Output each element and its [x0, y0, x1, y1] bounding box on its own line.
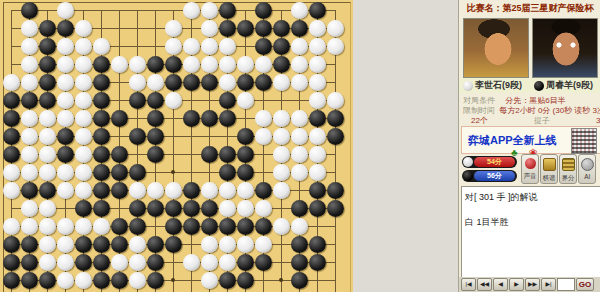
black-stone [147, 56, 164, 73]
black-stone [273, 56, 290, 73]
hoshi-point [171, 278, 175, 282]
white-stone [21, 146, 38, 163]
qr-code-icon [571, 128, 597, 154]
white-stone [273, 128, 290, 145]
white-stone [255, 236, 272, 253]
white-stone [309, 146, 326, 163]
black-stone [327, 182, 344, 199]
black-stone [165, 200, 182, 217]
white-stone [39, 254, 56, 271]
black-stone [93, 128, 110, 145]
white-stone [129, 236, 146, 253]
go-board[interactable] [0, 0, 353, 292]
commentary-box: 对[ 301 手 ]的解说 白 1目半胜 [461, 186, 600, 284]
time-rule-value: 每方2小时 0分 (30秒 读秒 3次) [499, 106, 600, 115]
black-stone [219, 272, 236, 289]
white-stone [327, 92, 344, 109]
black-stone [201, 74, 218, 91]
match-title: 比赛名：第25届三星财产保险杯 [459, 2, 600, 15]
white-stone [219, 182, 236, 199]
white-timer-stone-icon [463, 157, 473, 167]
white-stone [39, 200, 56, 217]
black-stone [219, 146, 236, 163]
black-stone [327, 110, 344, 127]
white-stone [129, 182, 146, 199]
captures-label: 提子 [534, 115, 550, 126]
black-timer-stone-icon [463, 171, 473, 181]
black-stone [3, 254, 20, 271]
white-stone [327, 20, 344, 37]
black-stone [93, 74, 110, 91]
nav-back-button[interactable]: ◀ [493, 278, 508, 291]
move-number-input[interactable] [557, 278, 575, 291]
white-stone [39, 236, 56, 253]
black-stone [21, 254, 38, 271]
nav-back10-button[interactable]: ◀◀ [477, 278, 492, 291]
kifu-icon [543, 158, 556, 171]
white-stone [237, 92, 254, 109]
white-player-photo [463, 18, 529, 78]
black-stone [327, 200, 344, 217]
black-stone [309, 200, 326, 217]
black-stone [309, 2, 326, 19]
black-stone [111, 182, 128, 199]
white-timer-value: 54分 [474, 157, 515, 167]
white-stone [255, 110, 272, 127]
white-stone [129, 56, 146, 73]
black-stone [237, 146, 254, 163]
score-icon [562, 158, 575, 171]
white-stone [273, 164, 290, 181]
black-stone [291, 20, 308, 37]
white-stone [75, 74, 92, 91]
black-stone [183, 218, 200, 235]
black-stone [219, 110, 236, 127]
black-captures: 36个 [596, 115, 600, 126]
white-stone [39, 128, 56, 145]
white-stone [129, 272, 146, 289]
white-stone [237, 56, 254, 73]
white-stone [183, 254, 200, 271]
black-stone [111, 272, 128, 289]
white-stone [57, 110, 74, 127]
black-stone [255, 38, 272, 55]
black-stone [57, 146, 74, 163]
black-stone [219, 164, 236, 181]
black-stone [237, 74, 254, 91]
white-stone [57, 272, 74, 289]
black-stone [21, 236, 38, 253]
black-stone [129, 128, 146, 145]
black-stone [147, 92, 164, 109]
white-stone [21, 20, 38, 37]
black-stone [39, 74, 56, 91]
black-stone [129, 200, 146, 217]
white-stone [273, 146, 290, 163]
white-stone [93, 218, 110, 235]
white-captures: 22个 [471, 115, 488, 126]
black-stone [219, 92, 236, 109]
nav-first-button[interactable]: |◀ [461, 278, 476, 291]
black-stone [93, 236, 110, 253]
black-player-name: 周睿羊(9段) [546, 79, 593, 92]
black-stone [93, 92, 110, 109]
white-stone [21, 164, 38, 181]
white-stone [309, 38, 326, 55]
black-stone [327, 128, 344, 145]
black-stone [93, 254, 110, 271]
white-stone [3, 74, 20, 91]
black-stone [201, 146, 218, 163]
black-stone [21, 92, 38, 109]
white-stone [75, 146, 92, 163]
black-stone [93, 110, 110, 127]
black-stone [3, 146, 20, 163]
black-stone [237, 164, 254, 181]
black-stone [147, 254, 164, 271]
white-player-name: 李世石(9段) [475, 79, 522, 92]
black-stone [291, 272, 308, 289]
function-buttons: 声音 棋谱 界分 AI [521, 154, 599, 184]
white-stone [291, 74, 308, 91]
black-timer-bar: 56分 [462, 170, 517, 182]
black-stone [165, 218, 182, 235]
black-stone [147, 128, 164, 145]
white-stone [201, 272, 218, 289]
white-stone [147, 74, 164, 91]
white-stone [291, 110, 308, 127]
white-stone [57, 164, 74, 181]
score-estimate-button[interactable]: 界分 [559, 154, 577, 184]
black-stone [75, 200, 92, 217]
black-stone [255, 182, 272, 199]
commentary-result-line: 白 1目半胜 [465, 216, 600, 229]
black-stone [39, 38, 56, 55]
condition-label: 对局条件 [463, 96, 495, 105]
black-stone [255, 254, 272, 271]
white-stone [201, 236, 218, 253]
black-stone [147, 146, 164, 163]
black-stone [165, 56, 182, 73]
black-stone [57, 20, 74, 37]
white-stone [129, 74, 146, 91]
white-stone [165, 182, 182, 199]
white-stone [291, 164, 308, 181]
black-player-photo [532, 18, 598, 78]
commentary-move-line: 对[ 301 手 ]的解说 [465, 191, 600, 204]
hoshi-point [171, 170, 175, 174]
white-stone [75, 110, 92, 127]
white-stone [237, 200, 254, 217]
white-stone [57, 218, 74, 235]
black-stone [201, 218, 218, 235]
white-stone [111, 56, 128, 73]
white-stone [57, 92, 74, 109]
white-stone [219, 236, 236, 253]
white-stone [219, 56, 236, 73]
captures-row: 22个 提子 36个 [459, 115, 600, 126]
white-stone [291, 38, 308, 55]
black-stone [237, 254, 254, 271]
white-stone [39, 164, 56, 181]
white-stone [75, 56, 92, 73]
black-stone [147, 272, 164, 289]
black-stone [237, 218, 254, 235]
black-stone [165, 236, 182, 253]
white-stone [75, 164, 92, 181]
white-stone [201, 38, 218, 55]
white-stone [75, 218, 92, 235]
black-stone [165, 74, 182, 91]
black-stone [93, 182, 110, 199]
ai-button[interactable]: AI [578, 154, 596, 184]
white-stone [39, 146, 56, 163]
white-stone [147, 182, 164, 199]
black-stone [3, 128, 20, 145]
white-stone [57, 74, 74, 91]
black-stone [57, 128, 74, 145]
white-stone [57, 254, 74, 271]
white-stone [309, 164, 326, 181]
black-stone [129, 92, 146, 109]
black-stone [309, 182, 326, 199]
black-stone [309, 236, 326, 253]
black-stone-icon [534, 81, 544, 91]
white-stone [219, 38, 236, 55]
black-stone [201, 110, 218, 127]
white-stone [183, 38, 200, 55]
white-stone [183, 2, 200, 19]
black-stone [93, 200, 110, 217]
black-stone [93, 164, 110, 181]
white-stone [309, 20, 326, 37]
black-stone [3, 92, 20, 109]
white-stone [219, 74, 236, 91]
time-rule-label: 限制时间 [463, 106, 495, 115]
white-stone [273, 74, 290, 91]
white-stone [57, 182, 74, 199]
white-stone [3, 218, 20, 235]
white-stone [21, 218, 38, 235]
white-stone [57, 236, 74, 253]
black-stone [147, 236, 164, 253]
black-stone [309, 254, 326, 271]
black-stone [255, 218, 272, 235]
black-stone [129, 218, 146, 235]
nav-last-button[interactable]: ▶| [541, 278, 556, 291]
black-stone [219, 20, 236, 37]
white-stone [291, 128, 308, 145]
black-stone [111, 146, 128, 163]
black-stone [93, 56, 110, 73]
black-stone [39, 182, 56, 199]
white-stone [255, 56, 272, 73]
white-stone [57, 2, 74, 19]
black-stone [21, 272, 38, 289]
white-stone [183, 56, 200, 73]
condition-value: 分先：黑贴6目半 [505, 96, 565, 105]
black-stone [291, 236, 308, 253]
black-stone [93, 272, 110, 289]
white-stone [201, 2, 218, 19]
white-stone [201, 56, 218, 73]
white-stone [3, 182, 20, 199]
black-stone [291, 200, 308, 217]
black-stone [219, 218, 236, 235]
black-stone [237, 20, 254, 37]
black-stone [111, 236, 128, 253]
side-panel: 比赛名：第25届三星财产保险杯 李世石(9段) 周睿羊(9段) 对局条件 分先：… [458, 0, 600, 292]
black-stone [3, 110, 20, 127]
white-stone [255, 128, 272, 145]
white-stone [327, 38, 344, 55]
sound-button[interactable]: 声音 [521, 154, 539, 184]
white-stone [165, 20, 182, 37]
white-stone [129, 254, 146, 271]
black-stone [39, 20, 56, 37]
nav-forward10-button[interactable]: ▶▶ [525, 278, 540, 291]
app-banner-text: 弈城APP全新上线 [468, 133, 557, 148]
white-stone [75, 128, 92, 145]
player-names-row: 李世石(9段) 周睿羊(9段) [459, 78, 600, 93]
white-stone [219, 254, 236, 271]
black-stone [147, 110, 164, 127]
black-stone [111, 164, 128, 181]
white-stone [75, 272, 92, 289]
black-stone [39, 272, 56, 289]
white-stone-icon [463, 81, 473, 91]
nav-forward-button[interactable]: ▶ [509, 278, 524, 291]
black-stone [237, 272, 254, 289]
white-stone [291, 146, 308, 163]
black-stone [75, 254, 92, 271]
white-stone [291, 56, 308, 73]
white-stone [3, 164, 20, 181]
white-stone [21, 74, 38, 91]
white-stone [291, 218, 308, 235]
black-stone [39, 92, 56, 109]
white-stone [237, 182, 254, 199]
white-stone [255, 200, 272, 217]
white-stone [201, 254, 218, 271]
black-stone [93, 146, 110, 163]
white-stone [75, 38, 92, 55]
white-stone [21, 38, 38, 55]
black-stone [237, 128, 254, 145]
white-stone [201, 182, 218, 199]
white-stone [75, 92, 92, 109]
black-stone [21, 182, 38, 199]
white-stone [273, 218, 290, 235]
black-stone [255, 74, 272, 91]
white-stone [309, 92, 326, 109]
black-stone [291, 254, 308, 271]
white-stone [273, 182, 290, 199]
black-stone [3, 236, 20, 253]
black-stone [273, 38, 290, 55]
black-stone [147, 200, 164, 217]
black-stone [255, 2, 272, 19]
black-stone [183, 200, 200, 217]
kifu-nav-toolbar: |◀ ◀◀ ◀ ▶ ▶▶ ▶| GO [459, 277, 600, 292]
white-player: 李世石(9段) [459, 79, 530, 92]
black-stone [183, 110, 200, 127]
black-stone [201, 200, 218, 217]
white-stone [309, 128, 326, 145]
white-timer-bar: 54分 [462, 156, 517, 168]
white-stone [75, 182, 92, 199]
black-stone [255, 20, 272, 37]
white-stone [39, 218, 56, 235]
white-stone [111, 254, 128, 271]
white-stone [165, 38, 182, 55]
white-stone [75, 20, 92, 37]
app-window: 比赛名：第25届三星财产保险杯 李世石(9段) 周睿羊(9段) 对局条件 分先：… [0, 0, 600, 292]
white-stone [165, 92, 182, 109]
black-stone [219, 2, 236, 19]
white-stone [21, 110, 38, 127]
white-stone [219, 200, 236, 217]
black-stone [129, 164, 146, 181]
go-button[interactable]: GO [576, 278, 594, 291]
black-stone [183, 182, 200, 199]
white-stone [93, 38, 110, 55]
black-stone [111, 218, 128, 235]
white-stone [21, 200, 38, 217]
black-stone [183, 74, 200, 91]
white-stone [201, 20, 218, 37]
black-stone [75, 236, 92, 253]
white-stone [39, 110, 56, 127]
black-player: 周睿羊(9段) [530, 79, 600, 92]
black-stone [3, 272, 20, 289]
ai-icon [581, 158, 594, 171]
black-timer-value: 56分 [474, 171, 515, 181]
white-stone [273, 110, 290, 127]
black-stone [111, 110, 128, 127]
white-stone [21, 56, 38, 73]
white-stone [237, 236, 254, 253]
black-stone [273, 20, 290, 37]
white-stone [291, 2, 308, 19]
white-stone [21, 128, 38, 145]
white-stone [57, 56, 74, 73]
sound-icon [525, 158, 536, 169]
white-stone [309, 56, 326, 73]
white-stone [57, 38, 74, 55]
kifu-button[interactable]: 棋谱 [540, 154, 558, 184]
white-stone [309, 74, 326, 91]
black-stone [21, 2, 38, 19]
black-stone [309, 110, 326, 127]
hoshi-point [279, 278, 283, 282]
black-stone [39, 56, 56, 73]
